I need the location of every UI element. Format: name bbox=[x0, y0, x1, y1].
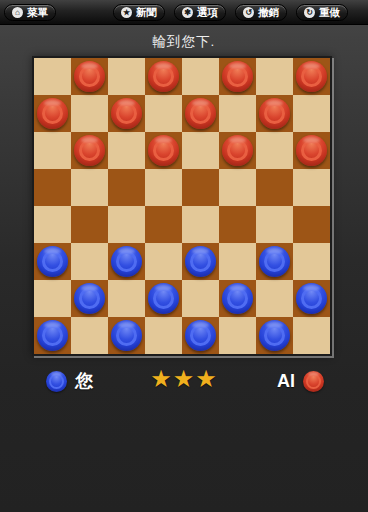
board-square-r1c5 bbox=[219, 95, 256, 132]
star-icon: ★ bbox=[121, 7, 132, 18]
board-square-r3c2[interactable] bbox=[108, 169, 145, 206]
board-square-r3c6[interactable] bbox=[256, 169, 293, 206]
board-square-r0c6 bbox=[256, 58, 293, 95]
board-square-r0c7[interactable] bbox=[293, 58, 330, 95]
board-square-r5c2[interactable] bbox=[108, 243, 145, 280]
board-square-r6c3[interactable] bbox=[145, 280, 182, 317]
board-square-r2c0 bbox=[34, 132, 71, 169]
blue-piece[interactable] bbox=[259, 320, 290, 351]
board-square-r7c3 bbox=[145, 317, 182, 354]
board-square-r1c7 bbox=[293, 95, 330, 132]
info-row: 您 ★★★ AI bbox=[0, 368, 368, 394]
board-square-r0c3[interactable] bbox=[145, 58, 182, 95]
board-square-r7c6[interactable] bbox=[256, 317, 293, 354]
blue-piece[interactable] bbox=[296, 283, 327, 314]
board-square-r4c2 bbox=[108, 206, 145, 243]
board-square-r2c1[interactable] bbox=[71, 132, 108, 169]
board-square-r5c7 bbox=[293, 243, 330, 280]
board-square-r0c1[interactable] bbox=[71, 58, 108, 95]
blue-piece[interactable] bbox=[185, 320, 216, 351]
menu-button-label: 菜單 bbox=[27, 4, 48, 21]
board-square-r7c5 bbox=[219, 317, 256, 354]
board-square-r7c1 bbox=[71, 317, 108, 354]
red-piece[interactable] bbox=[185, 98, 216, 129]
toolbar: ⌂ 菜單 ★ 新聞 ✱ 選項 ↺ 撤銷 ↻ 重做 bbox=[0, 0, 368, 25]
red-piece[interactable] bbox=[296, 135, 327, 166]
red-piece[interactable] bbox=[37, 98, 68, 129]
redo-button-label: 重做 bbox=[319, 4, 340, 21]
turn-status-message: 輪到您下. bbox=[0, 33, 368, 51]
board-square-r6c2 bbox=[108, 280, 145, 317]
board-square-r5c4[interactable] bbox=[182, 243, 219, 280]
red-piece[interactable] bbox=[296, 61, 327, 92]
board-square-r7c4[interactable] bbox=[182, 317, 219, 354]
gear-icon: ✱ bbox=[182, 7, 193, 18]
undo-button[interactable]: ↺ 撤銷 bbox=[235, 4, 287, 21]
blue-piece[interactable] bbox=[74, 283, 105, 314]
checkers-board bbox=[32, 56, 332, 356]
red-piece[interactable] bbox=[222, 61, 253, 92]
board-square-r0c4 bbox=[182, 58, 219, 95]
blue-piece[interactable] bbox=[148, 283, 179, 314]
blue-piece[interactable] bbox=[259, 246, 290, 277]
board-square-r0c5[interactable] bbox=[219, 58, 256, 95]
news-button-label: 新聞 bbox=[136, 4, 157, 21]
board-square-r7c7 bbox=[293, 317, 330, 354]
blue-piece[interactable] bbox=[111, 320, 142, 351]
board-square-r2c2 bbox=[108, 132, 145, 169]
board-square-r0c2 bbox=[108, 58, 145, 95]
player-you-label: 您 bbox=[75, 369, 93, 393]
board-square-r2c7[interactable] bbox=[293, 132, 330, 169]
board-square-r3c7 bbox=[293, 169, 330, 206]
player-you: 您 bbox=[46, 368, 93, 394]
menu-button[interactable]: ⌂ 菜單 bbox=[4, 4, 56, 21]
red-piece[interactable] bbox=[148, 135, 179, 166]
blue-piece-icon bbox=[46, 371, 67, 392]
undo-button-label: 撤銷 bbox=[258, 4, 279, 21]
board-square-r1c6[interactable] bbox=[256, 95, 293, 132]
board-square-r5c5 bbox=[219, 243, 256, 280]
board-square-r6c0 bbox=[34, 280, 71, 317]
red-piece[interactable] bbox=[111, 98, 142, 129]
board-square-r1c0[interactable] bbox=[34, 95, 71, 132]
board-square-r3c0[interactable] bbox=[34, 169, 71, 206]
red-piece[interactable] bbox=[259, 98, 290, 129]
board-square-r5c3 bbox=[145, 243, 182, 280]
board-square-r6c4 bbox=[182, 280, 219, 317]
options-button[interactable]: ✱ 選項 bbox=[174, 4, 226, 21]
red-piece[interactable] bbox=[74, 61, 105, 92]
board-square-r4c1[interactable] bbox=[71, 206, 108, 243]
board-square-r4c5[interactable] bbox=[219, 206, 256, 243]
board-square-r2c6 bbox=[256, 132, 293, 169]
board-square-r1c3 bbox=[145, 95, 182, 132]
board-square-r3c5 bbox=[219, 169, 256, 206]
blue-piece[interactable] bbox=[111, 246, 142, 277]
board-square-r5c1 bbox=[71, 243, 108, 280]
board-square-r0c0 bbox=[34, 58, 71, 95]
red-piece[interactable] bbox=[74, 135, 105, 166]
board-square-r6c6 bbox=[256, 280, 293, 317]
blue-piece[interactable] bbox=[222, 283, 253, 314]
undo-icon: ↺ bbox=[243, 7, 254, 18]
redo-icon: ↻ bbox=[304, 7, 315, 18]
home-icon: ⌂ bbox=[12, 7, 23, 18]
red-piece[interactable] bbox=[148, 61, 179, 92]
board-square-r2c5[interactable] bbox=[219, 132, 256, 169]
board-square-r5c6[interactable] bbox=[256, 243, 293, 280]
red-piece[interactable] bbox=[222, 135, 253, 166]
board-square-r3c4[interactable] bbox=[182, 169, 219, 206]
board-square-r2c3[interactable] bbox=[145, 132, 182, 169]
blue-piece[interactable] bbox=[185, 246, 216, 277]
board-square-r2c4 bbox=[182, 132, 219, 169]
board-square-r1c2[interactable] bbox=[108, 95, 145, 132]
board-square-r4c3[interactable] bbox=[145, 206, 182, 243]
redo-button[interactable]: ↻ 重做 bbox=[296, 4, 348, 21]
news-button[interactable]: ★ 新聞 bbox=[113, 4, 165, 21]
board-square-r6c1[interactable] bbox=[71, 280, 108, 317]
board-square-r4c7[interactable] bbox=[293, 206, 330, 243]
board-square-r6c7[interactable] bbox=[293, 280, 330, 317]
board-square-r7c2[interactable] bbox=[108, 317, 145, 354]
board-square-r4c0 bbox=[34, 206, 71, 243]
options-button-label: 選項 bbox=[197, 4, 218, 21]
board-square-r3c3 bbox=[145, 169, 182, 206]
board-square-r4c6 bbox=[256, 206, 293, 243]
board-square-r4c4 bbox=[182, 206, 219, 243]
player-ai-label: AI bbox=[277, 371, 295, 392]
board-square-r1c1 bbox=[71, 95, 108, 132]
board-square-r3c1 bbox=[71, 169, 108, 206]
board-square-r1c4[interactable] bbox=[182, 95, 219, 132]
blue-piece[interactable] bbox=[37, 320, 68, 351]
board-square-r5c0[interactable] bbox=[34, 243, 71, 280]
board-square-r6c5[interactable] bbox=[219, 280, 256, 317]
blue-piece[interactable] bbox=[37, 246, 68, 277]
difficulty-stars: ★★★ bbox=[150, 365, 218, 393]
player-ai: AI bbox=[277, 368, 324, 394]
red-piece-icon bbox=[303, 371, 324, 392]
board-square-r7c0[interactable] bbox=[34, 317, 71, 354]
